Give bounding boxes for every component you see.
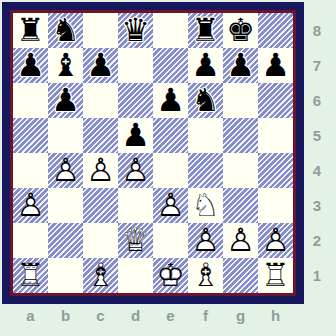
square-f7[interactable]: ♟ [188, 48, 223, 83]
piece-black-pawn[interactable]: ♟ [13, 48, 48, 83]
board-frame: ♜♞♛♜♚♟♝♟♟♟♟♟♟♞♟♟♙♟♙♟♙♟♙♟♙♞♘♛♕♟♙♟♙♟♙♜♖♝♗♚… [2, 2, 304, 304]
square-d5[interactable]: ♟ [118, 118, 153, 153]
square-e7[interactable] [153, 48, 188, 83]
black-knight-glyph: ♞ [188, 83, 223, 118]
square-h7[interactable]: ♟ [258, 48, 293, 83]
square-c8[interactable] [83, 13, 118, 48]
square-e5[interactable] [153, 118, 188, 153]
square-c1[interactable]: ♝♗ [83, 258, 118, 293]
rank-label-7: 7 [305, 48, 329, 83]
file-label-e: e [153, 305, 188, 327]
piece-black-pawn[interactable]: ♟ [223, 48, 258, 83]
square-h2[interactable]: ♟♙ [258, 223, 293, 258]
square-h3[interactable] [258, 188, 293, 223]
square-c7[interactable]: ♟ [83, 48, 118, 83]
square-b2[interactable] [48, 223, 83, 258]
piece-black-knight[interactable]: ♞ [48, 13, 83, 48]
piece-white-pawn[interactable]: ♟♙ [153, 188, 188, 223]
black-queen-glyph: ♛ [118, 13, 153, 48]
square-d8[interactable]: ♛ [118, 13, 153, 48]
square-a4[interactable] [13, 153, 48, 188]
piece-black-pawn[interactable]: ♟ [258, 48, 293, 83]
piece-white-queen[interactable]: ♛♕ [118, 223, 153, 258]
square-d3[interactable] [118, 188, 153, 223]
square-c4[interactable]: ♟♙ [83, 153, 118, 188]
piece-white-bishop[interactable]: ♝♗ [188, 258, 223, 293]
square-c3[interactable] [83, 188, 118, 223]
square-g7[interactable]: ♟ [223, 48, 258, 83]
square-f1[interactable]: ♝♗ [188, 258, 223, 293]
piece-white-pawn[interactable]: ♟♙ [118, 153, 153, 188]
square-c2[interactable] [83, 223, 118, 258]
white-rook-outline: ♖ [13, 258, 48, 293]
black-king-glyph: ♚ [223, 13, 258, 48]
rank-label-8: 8 [305, 13, 329, 48]
board-inner-border: ♜♞♛♜♚♟♝♟♟♟♟♟♟♞♟♟♙♟♙♟♙♟♙♟♙♞♘♛♕♟♙♟♙♟♙♜♖♝♗♚… [10, 10, 296, 296]
piece-white-pawn[interactable]: ♟♙ [48, 153, 83, 188]
square-h5[interactable] [258, 118, 293, 153]
piece-black-king[interactable]: ♚ [223, 13, 258, 48]
board: ♜♞♛♜♚♟♝♟♟♟♟♟♟♞♟♟♙♟♙♟♙♟♙♟♙♞♘♛♕♟♙♟♙♟♙♜♖♝♗♚… [13, 13, 293, 293]
piece-white-bishop[interactable]: ♝♗ [83, 258, 118, 293]
piece-white-knight[interactable]: ♞♘ [188, 188, 223, 223]
square-e8[interactable] [153, 13, 188, 48]
black-bishop-glyph: ♝ [48, 48, 83, 83]
white-pawn-outline: ♙ [48, 153, 83, 188]
square-e3[interactable]: ♟♙ [153, 188, 188, 223]
black-pawn-glyph: ♟ [153, 83, 188, 118]
square-c6[interactable] [83, 83, 118, 118]
rank-label-1: 1 [305, 258, 329, 293]
black-knight-glyph: ♞ [48, 13, 83, 48]
file-label-b: b [48, 305, 83, 327]
piece-black-rook[interactable]: ♜ [188, 13, 223, 48]
square-f6[interactable]: ♞ [188, 83, 223, 118]
piece-white-pawn[interactable]: ♟♙ [188, 223, 223, 258]
file-label-g: g [223, 305, 258, 327]
piece-black-pawn[interactable]: ♟ [48, 83, 83, 118]
black-pawn-glyph: ♟ [13, 48, 48, 83]
square-a8[interactable]: ♜ [13, 13, 48, 48]
square-b5[interactable] [48, 118, 83, 153]
white-pawn-outline: ♙ [153, 188, 188, 223]
rank-labels: 87654321 [305, 13, 329, 293]
white-king-outline: ♔ [153, 258, 188, 293]
white-bishop-outline: ♗ [83, 258, 118, 293]
file-label-c: c [83, 305, 118, 327]
black-rook-glyph: ♜ [188, 13, 223, 48]
piece-black-pawn[interactable]: ♟ [83, 48, 118, 83]
white-pawn-outline: ♙ [188, 223, 223, 258]
square-h6[interactable] [258, 83, 293, 118]
piece-black-queen[interactable]: ♛ [118, 13, 153, 48]
file-label-f: f [188, 305, 223, 327]
piece-black-pawn[interactable]: ♟ [118, 118, 153, 153]
square-a6[interactable] [13, 83, 48, 118]
white-pawn-outline: ♙ [223, 223, 258, 258]
square-f8[interactable]: ♜ [188, 13, 223, 48]
rank-label-5: 5 [305, 118, 329, 153]
rank-label-4: 4 [305, 153, 329, 188]
square-d1[interactable] [118, 258, 153, 293]
square-e2[interactable] [153, 223, 188, 258]
piece-black-pawn[interactable]: ♟ [153, 83, 188, 118]
square-d6[interactable] [118, 83, 153, 118]
square-b8[interactable]: ♞ [48, 13, 83, 48]
square-b6[interactable]: ♟ [48, 83, 83, 118]
piece-white-pawn[interactable]: ♟♙ [223, 223, 258, 258]
square-f3[interactable]: ♞♘ [188, 188, 223, 223]
square-b3[interactable] [48, 188, 83, 223]
piece-white-rook[interactable]: ♜♖ [258, 258, 293, 293]
white-pawn-outline: ♙ [13, 188, 48, 223]
rank-label-2: 2 [305, 223, 329, 258]
black-pawn-glyph: ♟ [48, 83, 83, 118]
piece-black-knight[interactable]: ♞ [188, 83, 223, 118]
black-rook-glyph: ♜ [13, 13, 48, 48]
rank-label-3: 3 [305, 188, 329, 223]
black-pawn-glyph: ♟ [188, 48, 223, 83]
square-d4[interactable]: ♟♙ [118, 153, 153, 188]
square-a5[interactable] [13, 118, 48, 153]
white-pawn-outline: ♙ [118, 153, 153, 188]
square-g6[interactable] [223, 83, 258, 118]
piece-black-pawn[interactable]: ♟ [188, 48, 223, 83]
black-pawn-glyph: ♟ [83, 48, 118, 83]
square-d2[interactable]: ♛♕ [118, 223, 153, 258]
square-a3[interactable]: ♟♙ [13, 188, 48, 223]
square-g8[interactable]: ♚ [223, 13, 258, 48]
square-h8[interactable] [258, 13, 293, 48]
square-g4[interactable] [223, 153, 258, 188]
square-b4[interactable]: ♟♙ [48, 153, 83, 188]
square-c5[interactable] [83, 118, 118, 153]
piece-white-rook[interactable]: ♜♖ [13, 258, 48, 293]
piece-white-king[interactable]: ♚♔ [153, 258, 188, 293]
black-pawn-glyph: ♟ [223, 48, 258, 83]
square-e4[interactable] [153, 153, 188, 188]
square-g2[interactable]: ♟♙ [223, 223, 258, 258]
square-f2[interactable]: ♟♙ [188, 223, 223, 258]
file-label-a: a [13, 305, 48, 327]
square-d7[interactable] [118, 48, 153, 83]
white-bishop-outline: ♗ [188, 258, 223, 293]
piece-black-rook[interactable]: ♜ [13, 13, 48, 48]
white-rook-outline: ♖ [258, 258, 293, 293]
file-label-d: d [118, 305, 153, 327]
square-g5[interactable] [223, 118, 258, 153]
black-pawn-glyph: ♟ [258, 48, 293, 83]
square-b7[interactable]: ♝ [48, 48, 83, 83]
file-label-h: h [258, 305, 293, 327]
square-h1[interactable]: ♜♖ [258, 258, 293, 293]
square-g3[interactable] [223, 188, 258, 223]
square-a2[interactable] [13, 223, 48, 258]
square-h4[interactable] [258, 153, 293, 188]
square-e1[interactable]: ♚♔ [153, 258, 188, 293]
square-g1[interactable] [223, 258, 258, 293]
square-f4[interactable] [188, 153, 223, 188]
piece-white-pawn[interactable]: ♟♙ [83, 153, 118, 188]
square-a1[interactable]: ♜♖ [13, 258, 48, 293]
square-a7[interactable]: ♟ [13, 48, 48, 83]
rank-label-6: 6 [305, 83, 329, 118]
black-pawn-glyph: ♟ [118, 118, 153, 153]
piece-white-pawn[interactable]: ♟♙ [258, 223, 293, 258]
piece-black-bishop[interactable]: ♝ [48, 48, 83, 83]
piece-white-pawn[interactable]: ♟♙ [13, 188, 48, 223]
white-pawn-outline: ♙ [83, 153, 118, 188]
white-pawn-outline: ♙ [258, 223, 293, 258]
file-labels: abcdefgh [13, 305, 293, 327]
square-e6[interactable]: ♟ [153, 83, 188, 118]
square-b1[interactable] [48, 258, 83, 293]
square-f5[interactable] [188, 118, 223, 153]
white-queen-outline: ♕ [118, 223, 153, 258]
white-knight-outline: ♘ [188, 188, 223, 223]
